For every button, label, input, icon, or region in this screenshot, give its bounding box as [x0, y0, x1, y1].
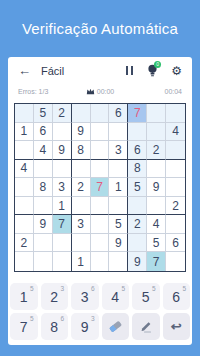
key-number: 4 [111, 289, 119, 305]
cell-r9c1[interactable] [15, 252, 34, 271]
cell-r3c3[interactable]: 9 [53, 141, 72, 160]
cell-r6c3[interactable]: 1 [53, 197, 72, 216]
cell-r6c5[interactable] [91, 197, 110, 216]
cell-r9c4[interactable]: 1 [72, 252, 91, 271]
key-9[interactable]: 93 [71, 313, 99, 340]
undo-button[interactable]: ↩ [163, 313, 191, 340]
cell-r4c2[interactable] [34, 160, 53, 179]
cell-r4c4[interactable] [72, 160, 91, 179]
cell-r9c9[interactable] [166, 252, 185, 271]
remaining-count: 5 [30, 315, 34, 322]
cell-r8c8[interactable]: 5 [147, 234, 166, 253]
number-pad: 152336455565758693↩ [10, 283, 190, 340]
cell-r4c3[interactable] [53, 160, 72, 179]
cell-r2c9[interactable]: 4 [166, 123, 185, 142]
cell-r3c7[interactable]: 6 [128, 141, 147, 160]
app-bar: ← Fácil 0 ⚙ [8, 57, 192, 84]
best-time-value: 00:00 [97, 88, 115, 95]
undo-icon: ↩ [171, 319, 182, 334]
key-7[interactable]: 75 [10, 313, 38, 340]
cell-r3c2[interactable]: 4 [34, 141, 53, 160]
cell-r9c7[interactable]: 9 [128, 252, 147, 271]
key-number: 7 [20, 319, 28, 335]
cell-r4c7[interactable]: 8 [128, 160, 147, 179]
cell-r9c2[interactable] [34, 252, 53, 271]
sudoku-board: 52671694498362488327159129735242956197 [14, 103, 186, 272]
cell-r1c5[interactable] [91, 104, 110, 123]
game-screen: ← Fácil 0 ⚙ Erros: 1/3 00:00 [8, 57, 192, 345]
cell-r5c6[interactable]: 1 [109, 178, 128, 197]
remaining-count: 6 [60, 315, 64, 322]
cell-r6c8[interactable] [147, 197, 166, 216]
cell-r7c1[interactable] [15, 215, 34, 234]
cell-r3c6[interactable]: 3 [109, 141, 128, 160]
cell-r3c9[interactable] [166, 141, 185, 160]
pencil-icon [139, 320, 153, 333]
cell-r7c3[interactable]: 7 [53, 215, 72, 234]
remaining-count: 5 [121, 285, 125, 292]
key-number: 5 [142, 289, 150, 305]
pause-icon[interactable] [126, 66, 133, 75]
cell-r3c8[interactable]: 2 [147, 141, 166, 160]
cell-r5c8[interactable]: 9 [147, 178, 166, 197]
key-4[interactable]: 45 [102, 283, 130, 310]
cell-r6c1[interactable] [15, 197, 34, 216]
eraser-icon [108, 320, 123, 333]
cell-r2c4[interactable]: 9 [72, 123, 91, 142]
cell-r2c1[interactable]: 1 [15, 123, 34, 142]
cell-r4c5[interactable] [91, 160, 110, 179]
cell-r4c8[interactable] [147, 160, 166, 179]
cell-r2c3[interactable] [53, 123, 72, 142]
remaining-count: 5 [152, 285, 156, 292]
cell-r7c6[interactable]: 5 [109, 215, 128, 234]
best-time: 00:00 [73, 88, 128, 95]
cell-r5c4[interactable]: 2 [72, 178, 91, 197]
remaining-count: 3 [60, 285, 64, 292]
cell-r7c8[interactable]: 4 [147, 215, 166, 234]
key-number: 9 [81, 319, 89, 335]
cell-r5c2[interactable]: 8 [34, 178, 53, 197]
cell-r4c9[interactable] [166, 160, 185, 179]
cell-r9c5[interactable] [91, 252, 110, 271]
cell-r8c2[interactable] [34, 234, 53, 253]
cell-r2c2[interactable]: 6 [34, 123, 53, 142]
cell-r1c1[interactable] [15, 104, 34, 123]
cell-r9c8[interactable]: 7 [147, 252, 166, 271]
difficulty-label: Fácil [41, 65, 64, 77]
remaining-count: 5 [182, 285, 186, 292]
cell-r8c4[interactable] [72, 234, 91, 253]
cell-r5c9[interactable] [166, 178, 185, 197]
cell-r5c7[interactable]: 5 [128, 178, 147, 197]
cell-r2c5[interactable] [91, 123, 110, 142]
cell-r8c5[interactable] [91, 234, 110, 253]
cell-r8c6[interactable]: 9 [109, 234, 128, 253]
cell-r8c3[interactable] [53, 234, 72, 253]
cell-r7c7[interactable]: 2 [128, 215, 147, 234]
cell-r1c6[interactable]: 6 [109, 104, 128, 123]
pencil-button[interactable] [132, 313, 160, 340]
eraser-button[interactable] [102, 313, 130, 340]
cell-r1c2[interactable]: 5 [34, 104, 53, 123]
remaining-count: 6 [91, 285, 95, 292]
key-8[interactable]: 86 [41, 313, 69, 340]
cell-r7c2[interactable]: 9 [34, 215, 53, 234]
cell-r7c5[interactable] [91, 215, 110, 234]
key-number: 3 [81, 289, 89, 305]
key-1[interactable]: 15 [10, 283, 38, 310]
cell-r2c6[interactable] [109, 123, 128, 142]
cell-r6c4[interactable] [72, 197, 91, 216]
gear-icon[interactable]: ⚙ [171, 65, 182, 77]
cell-r4c6[interactable] [109, 160, 128, 179]
cell-r3c1[interactable] [15, 141, 34, 160]
cell-r1c4[interactable] [72, 104, 91, 123]
key-3[interactable]: 36 [71, 283, 99, 310]
cell-r5c3[interactable]: 3 [53, 178, 72, 197]
timer: 00:04 [127, 88, 182, 95]
cell-r7c9[interactable] [166, 215, 185, 234]
key-number: 2 [50, 289, 58, 305]
remaining-count: 5 [30, 285, 34, 292]
banner-title: Verificação Automática [22, 20, 178, 37]
crown-icon [86, 88, 95, 95]
remaining-count: 3 [91, 315, 95, 322]
cell-r1c3[interactable]: 2 [53, 104, 72, 123]
cell-r6c2[interactable] [34, 197, 53, 216]
key-number: 1 [20, 289, 28, 305]
cell-r8c7[interactable] [128, 234, 147, 253]
key-2[interactable]: 23 [41, 283, 69, 310]
cell-r5c5[interactable]: 7 [91, 178, 110, 197]
back-icon[interactable]: ← [18, 64, 31, 77]
key-5[interactable]: 55 [132, 283, 160, 310]
cell-r9c3[interactable] [53, 252, 72, 271]
cell-r6c6[interactable] [109, 197, 128, 216]
key-number: 6 [172, 289, 180, 305]
cell-r8c9[interactable]: 6 [166, 234, 185, 253]
cell-r6c7[interactable] [128, 197, 147, 216]
cell-r1c8[interactable] [147, 104, 166, 123]
hint-count-badge: 0 [154, 61, 161, 68]
cell-r6c9[interactable]: 2 [166, 197, 185, 216]
errors-counter: Erros: 1/3 [18, 88, 73, 95]
cell-r2c8[interactable] [147, 123, 166, 142]
status-bar: Erros: 1/3 00:00 00:04 [8, 84, 192, 98]
cell-r1c7[interactable]: 7 [128, 104, 147, 123]
cell-r9c6[interactable] [109, 252, 128, 271]
cell-r7c4[interactable]: 3 [72, 215, 91, 234]
hint-button[interactable]: 0 [146, 64, 158, 77]
cell-r3c5[interactable] [91, 141, 110, 160]
cell-r2c7[interactable] [128, 123, 147, 142]
cell-r5c1[interactable] [15, 178, 34, 197]
cell-r8c1[interactable]: 2 [15, 234, 34, 253]
banner: Verificação Automática [0, 0, 200, 57]
cell-r3c4[interactable]: 8 [72, 141, 91, 160]
cell-r1c9[interactable] [166, 104, 185, 123]
key-number: 8 [50, 319, 58, 335]
cell-r4c1[interactable]: 4 [15, 160, 34, 179]
key-6[interactable]: 65 [163, 283, 191, 310]
